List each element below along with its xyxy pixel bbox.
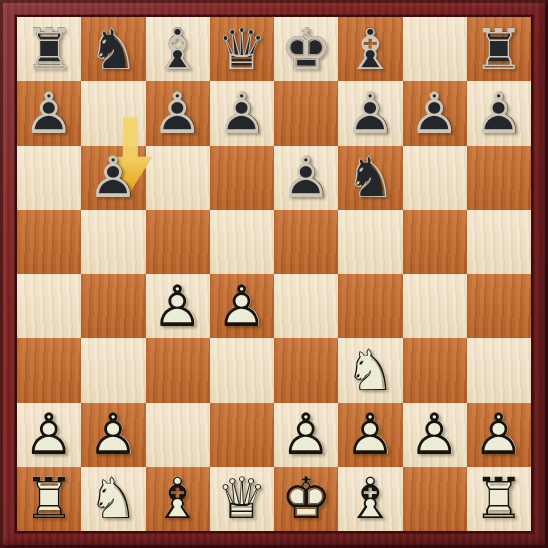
square-f4[interactable] (338, 274, 402, 338)
piece-white-queen[interactable]: ♛♕ (210, 467, 274, 531)
knight-glyph-outline: ♘ (81, 467, 145, 531)
rook-glyph-outline: ♖ (17, 467, 81, 531)
bishop-glyph-outline: ♗ (146, 467, 210, 531)
square-h1[interactable]: ♜♖ (467, 467, 531, 531)
pawn-glyph-outline: ♙ (467, 403, 531, 467)
square-a2[interactable]: ♟♙ (17, 403, 81, 467)
chessboard-frame: ♜♖♞♘♝♗♛♕♚♔♝♗♜♖♟♙♟♙♟♙♟♙♟♙♟♙♟♙♟♙♞♘♟♙♟♙♞♘♟♙… (0, 0, 548, 548)
square-c3[interactable] (146, 338, 210, 402)
square-a8[interactable]: ♜♖ (17, 17, 81, 81)
square-h8[interactable]: ♜♖ (467, 17, 531, 81)
square-h7[interactable]: ♟♙ (467, 81, 531, 145)
piece-white-pawn[interactable]: ♟♙ (81, 403, 145, 467)
square-a1[interactable]: ♜♖ (17, 467, 81, 531)
square-c6[interactable] (146, 146, 210, 210)
square-e7[interactable] (274, 81, 338, 145)
piece-black-pawn[interactable]: ♟♙ (81, 146, 145, 210)
pawn-glyph-outline: ♙ (467, 81, 531, 145)
square-e6[interactable]: ♟♙ (274, 146, 338, 210)
square-d1[interactable]: ♛♕ (210, 467, 274, 531)
square-c1[interactable]: ♝♗ (146, 467, 210, 531)
pawn-glyph-outline: ♙ (210, 274, 274, 338)
square-e2[interactable]: ♟♙ (274, 403, 338, 467)
square-d5[interactable] (210, 210, 274, 274)
square-b6[interactable]: ♟♙ (81, 146, 145, 210)
pawn-glyph-outline: ♙ (403, 403, 467, 467)
queen-glyph-outline: ♕ (210, 467, 274, 531)
piece-white-pawn[interactable]: ♟♙ (210, 274, 274, 338)
piece-black-rook[interactable]: ♜♖ (467, 17, 531, 81)
piece-black-bishop[interactable]: ♝♗ (146, 17, 210, 81)
square-c8[interactable]: ♝♗ (146, 17, 210, 81)
piece-black-pawn[interactable]: ♟♙ (403, 81, 467, 145)
pawn-glyph-outline: ♙ (17, 403, 81, 467)
piece-white-knight[interactable]: ♞♘ (81, 467, 145, 531)
square-a5[interactable] (17, 210, 81, 274)
square-c2[interactable] (146, 403, 210, 467)
piece-white-rook[interactable]: ♜♖ (467, 467, 531, 531)
square-f8[interactable]: ♝♗ (338, 17, 402, 81)
square-f3[interactable]: ♞♘ (338, 338, 402, 402)
pawn-glyph-outline: ♙ (81, 403, 145, 467)
piece-black-pawn[interactable]: ♟♙ (146, 81, 210, 145)
square-e3[interactable] (274, 338, 338, 402)
bishop-glyph-outline: ♗ (146, 17, 210, 81)
square-e5[interactable] (274, 210, 338, 274)
square-d6[interactable] (210, 146, 274, 210)
square-b4[interactable] (81, 274, 145, 338)
square-c7[interactable]: ♟♙ (146, 81, 210, 145)
square-b1[interactable]: ♞♘ (81, 467, 145, 531)
pawn-glyph-outline: ♙ (338, 403, 402, 467)
square-c4[interactable]: ♟♙ (146, 274, 210, 338)
square-g5[interactable] (403, 210, 467, 274)
piece-black-pawn[interactable]: ♟♙ (274, 146, 338, 210)
piece-black-knight[interactable]: ♞♘ (338, 146, 402, 210)
square-e1[interactable]: ♚♔ (274, 467, 338, 531)
square-h4[interactable] (467, 274, 531, 338)
square-f5[interactable] (338, 210, 402, 274)
piece-white-pawn[interactable]: ♟♙ (403, 403, 467, 467)
square-f6[interactable]: ♞♘ (338, 146, 402, 210)
square-h2[interactable]: ♟♙ (467, 403, 531, 467)
piece-white-pawn[interactable]: ♟♙ (274, 403, 338, 467)
pawn-glyph-outline: ♙ (81, 146, 145, 210)
square-g3[interactable] (403, 338, 467, 402)
piece-white-pawn[interactable]: ♟♙ (146, 274, 210, 338)
square-g1[interactable] (403, 467, 467, 531)
pawn-glyph-outline: ♙ (274, 403, 338, 467)
piece-black-bishop[interactable]: ♝♗ (338, 17, 402, 81)
piece-white-pawn[interactable]: ♟♙ (338, 403, 402, 467)
square-f2[interactable]: ♟♙ (338, 403, 402, 467)
square-a7[interactable]: ♟♙ (17, 81, 81, 145)
square-b8[interactable]: ♞♘ (81, 17, 145, 81)
king-glyph-outline: ♔ (274, 467, 338, 531)
square-g8[interactable] (403, 17, 467, 81)
bishop-glyph-outline: ♗ (338, 17, 402, 81)
piece-black-rook[interactable]: ♜♖ (17, 17, 81, 81)
square-a6[interactable] (17, 146, 81, 210)
square-b2[interactable]: ♟♙ (81, 403, 145, 467)
piece-black-pawn[interactable]: ♟♙ (467, 81, 531, 145)
board-grid: ♜♖♞♘♝♗♛♕♚♔♝♗♜♖♟♙♟♙♟♙♟♙♟♙♟♙♟♙♟♙♞♘♟♙♟♙♞♘♟♙… (17, 17, 531, 531)
piece-black-knight[interactable]: ♞♘ (81, 17, 145, 81)
piece-white-bishop[interactable]: ♝♗ (146, 467, 210, 531)
pawn-glyph-outline: ♙ (338, 81, 402, 145)
piece-black-king[interactable]: ♚♔ (274, 17, 338, 81)
piece-white-king[interactable]: ♚♔ (274, 467, 338, 531)
pawn-glyph-outline: ♙ (146, 81, 210, 145)
piece-black-pawn[interactable]: ♟♙ (210, 81, 274, 145)
king-glyph-outline: ♔ (274, 17, 338, 81)
square-c5[interactable] (146, 210, 210, 274)
knight-glyph-outline: ♘ (81, 17, 145, 81)
square-d4[interactable]: ♟♙ (210, 274, 274, 338)
rook-glyph-outline: ♖ (467, 467, 531, 531)
piece-white-bishop[interactable]: ♝♗ (338, 467, 402, 531)
pawn-glyph-outline: ♙ (403, 81, 467, 145)
square-g7[interactable]: ♟♙ (403, 81, 467, 145)
queen-glyph-outline: ♕ (210, 17, 274, 81)
piece-white-pawn[interactable]: ♟♙ (17, 403, 81, 467)
rook-glyph-outline: ♖ (17, 17, 81, 81)
piece-black-pawn[interactable]: ♟♙ (338, 81, 402, 145)
square-b7[interactable] (81, 81, 145, 145)
piece-black-pawn[interactable]: ♟♙ (17, 81, 81, 145)
pawn-glyph-outline: ♙ (274, 146, 338, 210)
square-g2[interactable]: ♟♙ (403, 403, 467, 467)
piece-white-rook[interactable]: ♜♖ (17, 467, 81, 531)
square-d3[interactable] (210, 338, 274, 402)
piece-white-knight[interactable]: ♞♘ (338, 338, 402, 402)
pawn-glyph-outline: ♙ (146, 274, 210, 338)
square-h3[interactable] (467, 338, 531, 402)
knight-glyph-outline: ♘ (338, 338, 402, 402)
square-a3[interactable] (17, 338, 81, 402)
bishop-glyph-outline: ♗ (338, 467, 402, 531)
square-f1[interactable]: ♝♗ (338, 467, 402, 531)
square-d7[interactable]: ♟♙ (210, 81, 274, 145)
square-f7[interactable]: ♟♙ (338, 81, 402, 145)
knight-glyph-outline: ♘ (338, 146, 402, 210)
piece-black-queen[interactable]: ♛♕ (210, 17, 274, 81)
square-g4[interactable] (403, 274, 467, 338)
square-b5[interactable] (81, 210, 145, 274)
square-d2[interactable] (210, 403, 274, 467)
square-d8[interactable]: ♛♕ (210, 17, 274, 81)
pawn-glyph-outline: ♙ (210, 81, 274, 145)
square-g6[interactable] (403, 146, 467, 210)
rook-glyph-outline: ♖ (467, 17, 531, 81)
chessboard: ♜♖♞♘♝♗♛♕♚♔♝♗♜♖♟♙♟♙♟♙♟♙♟♙♟♙♟♙♟♙♞♘♟♙♟♙♞♘♟♙… (17, 17, 531, 531)
square-e4[interactable] (274, 274, 338, 338)
square-h5[interactable] (467, 210, 531, 274)
square-a4[interactable] (17, 274, 81, 338)
square-b3[interactable] (81, 338, 145, 402)
square-e8[interactable]: ♚♔ (274, 17, 338, 81)
pawn-glyph-outline: ♙ (17, 81, 81, 145)
square-h6[interactable] (467, 146, 531, 210)
piece-white-pawn[interactable]: ♟♙ (467, 403, 531, 467)
